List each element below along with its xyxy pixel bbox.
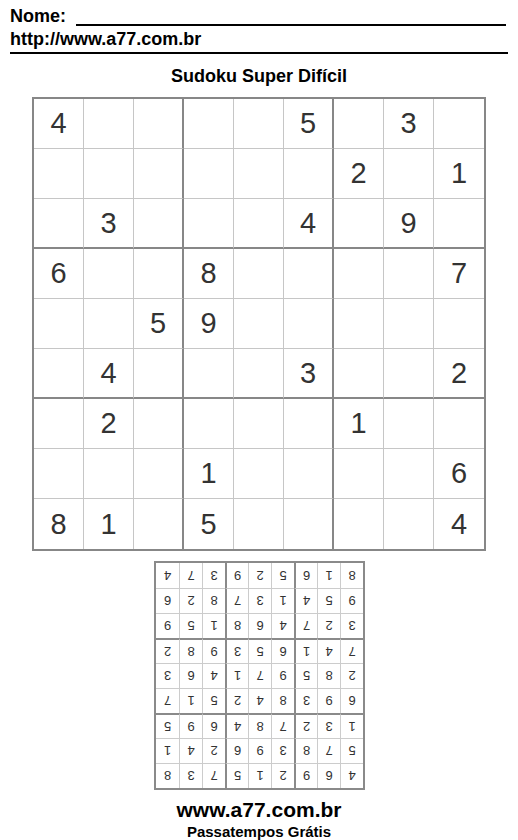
sudoku-puzzle-grid: 453213496875943221168154 bbox=[32, 97, 486, 551]
puzzle-cell-r7c2: 2 bbox=[84, 399, 134, 449]
solution-cell-r1c7: 7 bbox=[202, 763, 225, 788]
sudoku-solution-grid-upside-down: 4692157385783962411327846956938425172859… bbox=[154, 561, 365, 790]
solution-cell-r2c3: 8 bbox=[294, 738, 317, 763]
solution-cell-r6c4: 6 bbox=[271, 638, 294, 663]
solution-cell-r9c2: 1 bbox=[317, 563, 340, 588]
solution-cell-r9c3: 6 bbox=[294, 563, 317, 588]
footer-site: www.a77.com.br bbox=[10, 798, 508, 822]
solution-cell-r7c9: 9 bbox=[156, 613, 179, 638]
solution-cell-r7c2: 2 bbox=[317, 613, 340, 638]
puzzle-cell-r8c1[interactable] bbox=[34, 449, 84, 499]
solution-cell-r3c5: 8 bbox=[248, 713, 271, 738]
solution-cell-r6c6: 3 bbox=[225, 638, 248, 663]
puzzle-cell-r5c6[interactable] bbox=[284, 299, 334, 349]
puzzle-cell-r9c2: 1 bbox=[84, 499, 134, 549]
solution-cell-r5c6: 1 bbox=[225, 663, 248, 688]
puzzle-cell-r7c3[interactable] bbox=[134, 399, 184, 449]
solution-cell-r4c7: 5 bbox=[202, 688, 225, 713]
solution-cell-r6c3: 1 bbox=[294, 638, 317, 663]
solution-cell-r5c9: 3 bbox=[156, 663, 179, 688]
solution-cell-r6c5: 5 bbox=[248, 638, 271, 663]
solution-cell-r7c3: 7 bbox=[294, 613, 317, 638]
solution-cell-r8c1: 9 bbox=[340, 588, 363, 613]
puzzle-cell-r5c3: 5 bbox=[134, 299, 184, 349]
puzzle-cell-r8c7[interactable] bbox=[334, 449, 384, 499]
puzzle-cell-r6c4[interactable] bbox=[184, 349, 234, 399]
puzzle-cell-r9c6[interactable] bbox=[284, 499, 334, 549]
solution-cell-r5c1: 2 bbox=[340, 663, 363, 688]
solution-cell-r2c6: 6 bbox=[225, 738, 248, 763]
solution-cell-r6c7: 9 bbox=[202, 638, 225, 663]
solution-cell-r4c3: 3 bbox=[294, 688, 317, 713]
solution-cell-r1c9: 8 bbox=[156, 763, 179, 788]
puzzle-cell-r6c5[interactable] bbox=[234, 349, 284, 399]
puzzle-cell-r4c7[interactable] bbox=[334, 249, 384, 299]
puzzle-cell-r1c9[interactable] bbox=[434, 99, 484, 149]
puzzle-cell-r7c7: 1 bbox=[334, 399, 384, 449]
puzzle-cell-r7c8[interactable] bbox=[384, 399, 434, 449]
solution-cell-r7c7: 1 bbox=[202, 613, 225, 638]
puzzle-cell-r6c1[interactable] bbox=[34, 349, 84, 399]
puzzle-cell-r2c7: 2 bbox=[334, 149, 384, 199]
solution-cell-r9c6: 9 bbox=[225, 563, 248, 588]
solution-cell-r2c7: 2 bbox=[202, 738, 225, 763]
page-title: Sudoku Super Difícil bbox=[10, 66, 508, 87]
solution-cell-r1c3: 9 bbox=[294, 763, 317, 788]
footer: www.a77.com.br Passatempos Grátis bbox=[10, 798, 508, 840]
solution-cell-r8c8: 2 bbox=[179, 588, 202, 613]
puzzle-cell-r9c4: 5 bbox=[184, 499, 234, 549]
header-divider bbox=[10, 52, 508, 54]
solution-cell-r1c6: 5 bbox=[225, 763, 248, 788]
solution-cell-r3c8: 9 bbox=[179, 713, 202, 738]
puzzle-cell-r9c9: 4 bbox=[434, 499, 484, 549]
solution-cell-r4c1: 6 bbox=[340, 688, 363, 713]
puzzle-cell-r1c1: 4 bbox=[34, 99, 84, 149]
puzzle-cell-r2c1[interactable] bbox=[34, 149, 84, 199]
puzzle-cell-r2c9: 1 bbox=[434, 149, 484, 199]
worksheet-page: Nome: http://www.a77.com.br Sudoku Super… bbox=[0, 0, 518, 840]
puzzle-cell-r6c2: 4 bbox=[84, 349, 134, 399]
solution-cell-r7c1: 3 bbox=[340, 613, 363, 638]
solution-cell-r8c3: 4 bbox=[294, 588, 317, 613]
solution-cell-r4c5: 4 bbox=[248, 688, 271, 713]
puzzle-cell-r5c7[interactable] bbox=[334, 299, 384, 349]
puzzle-cell-r6c6: 3 bbox=[284, 349, 334, 399]
puzzle-cell-r4c4: 8 bbox=[184, 249, 234, 299]
puzzle-cell-r2c8[interactable] bbox=[384, 149, 434, 199]
puzzle-cell-r8c5[interactable] bbox=[234, 449, 284, 499]
solution-cell-r4c2: 9 bbox=[317, 688, 340, 713]
puzzle-cell-r4c5[interactable] bbox=[234, 249, 284, 299]
puzzle-cell-r4c1: 6 bbox=[34, 249, 84, 299]
puzzle-cell-r4c3[interactable] bbox=[134, 249, 184, 299]
solution-cell-r2c4: 3 bbox=[271, 738, 294, 763]
solution-cell-r6c9: 2 bbox=[156, 638, 179, 663]
puzzle-cell-r6c9: 2 bbox=[434, 349, 484, 399]
puzzle-cell-r7c6[interactable] bbox=[284, 399, 334, 449]
puzzle-cell-r8c6[interactable] bbox=[284, 449, 334, 499]
puzzle-cell-r8c9: 6 bbox=[434, 449, 484, 499]
puzzle-cell-r3c5[interactable] bbox=[234, 199, 284, 249]
solution-cell-r1c1: 4 bbox=[340, 763, 363, 788]
solution-cell-r9c7: 3 bbox=[202, 563, 225, 588]
puzzle-cell-r2c4[interactable] bbox=[184, 149, 234, 199]
puzzle-cell-r1c7[interactable] bbox=[334, 99, 384, 149]
puzzle-cell-r1c8: 3 bbox=[384, 99, 434, 149]
solution-cell-r5c7: 4 bbox=[202, 663, 225, 688]
solution-cell-r3c6: 4 bbox=[225, 713, 248, 738]
puzzle-cell-r1c5[interactable] bbox=[234, 99, 284, 149]
puzzle-cell-r7c4[interactable] bbox=[184, 399, 234, 449]
solution-cell-r8c9: 6 bbox=[156, 588, 179, 613]
solution-cell-r1c8: 3 bbox=[179, 763, 202, 788]
solution-cell-r2c9: 1 bbox=[156, 738, 179, 763]
puzzle-cell-r9c1: 8 bbox=[34, 499, 84, 549]
footer-tagline: Passatempos Grátis bbox=[10, 823, 508, 840]
solution-cell-r1c5: 1 bbox=[248, 763, 271, 788]
puzzle-cell-r3c2: 3 bbox=[84, 199, 134, 249]
solution-cell-r3c1: 1 bbox=[340, 713, 363, 738]
puzzle-cell-r7c9[interactable] bbox=[434, 399, 484, 449]
puzzle-cell-r4c9: 7 bbox=[434, 249, 484, 299]
puzzle-cell-r2c5[interactable] bbox=[234, 149, 284, 199]
puzzle-cell-r3c8: 9 bbox=[384, 199, 434, 249]
solution-cell-r7c5: 6 bbox=[248, 613, 271, 638]
puzzle-cell-r4c2[interactable] bbox=[84, 249, 134, 299]
puzzle-cell-r5c8[interactable] bbox=[384, 299, 434, 349]
name-row: Nome: bbox=[10, 6, 508, 26]
name-label: Nome: bbox=[10, 6, 66, 26]
solution-cell-r9c8: 7 bbox=[179, 563, 202, 588]
puzzle-cell-r3c7[interactable] bbox=[334, 199, 384, 249]
solution-cell-r8c6: 7 bbox=[225, 588, 248, 613]
solution-cell-r4c9: 7 bbox=[156, 688, 179, 713]
solution-cell-r8c7: 8 bbox=[202, 588, 225, 613]
puzzle-cell-r7c1[interactable] bbox=[34, 399, 84, 449]
solution-cell-r4c4: 8 bbox=[271, 688, 294, 713]
puzzle-cell-r3c9[interactable] bbox=[434, 199, 484, 249]
solution-cell-r1c2: 6 bbox=[317, 763, 340, 788]
puzzle-cell-r3c1[interactable] bbox=[34, 199, 84, 249]
puzzle-cell-r3c4[interactable] bbox=[184, 199, 234, 249]
solution-cell-r3c3: 2 bbox=[294, 713, 317, 738]
site-url: http://www.a77.com.br bbox=[10, 29, 508, 50]
solution-cell-r3c4: 7 bbox=[271, 713, 294, 738]
solution-cell-r9c1: 8 bbox=[340, 563, 363, 588]
puzzle-cell-r5c1[interactable] bbox=[34, 299, 84, 349]
puzzle-cell-r2c2[interactable] bbox=[84, 149, 134, 199]
puzzle-cell-r1c6: 5 bbox=[284, 99, 334, 149]
puzzle-cell-r5c2[interactable] bbox=[84, 299, 134, 349]
puzzle-cell-r4c8[interactable] bbox=[384, 249, 434, 299]
solution-cell-r5c4: 9 bbox=[271, 663, 294, 688]
puzzle-cell-r6c3[interactable] bbox=[134, 349, 184, 399]
puzzle-cell-r4c6[interactable] bbox=[284, 249, 334, 299]
solution-cell-r9c4: 5 bbox=[271, 563, 294, 588]
solution-cell-r7c6: 8 bbox=[225, 613, 248, 638]
puzzle-cell-r7c5[interactable] bbox=[234, 399, 284, 449]
puzzle-cell-r1c3[interactable] bbox=[134, 99, 184, 149]
solution-cell-r7c4: 4 bbox=[271, 613, 294, 638]
solution-cell-r8c5: 3 bbox=[248, 588, 271, 613]
solution-cell-r5c5: 7 bbox=[248, 663, 271, 688]
solution-cell-r8c2: 5 bbox=[317, 588, 340, 613]
puzzle-cell-r9c8[interactable] bbox=[384, 499, 434, 549]
solution-cell-r6c8: 8 bbox=[179, 638, 202, 663]
solution-cell-r5c2: 8 bbox=[317, 663, 340, 688]
solution-cell-r3c9: 5 bbox=[156, 713, 179, 738]
puzzle-cell-r8c4: 1 bbox=[184, 449, 234, 499]
puzzle-cell-r6c7[interactable] bbox=[334, 349, 384, 399]
puzzle-cell-r1c2[interactable] bbox=[84, 99, 134, 149]
puzzle-cell-r3c6: 4 bbox=[284, 199, 334, 249]
solution-cell-r5c3: 5 bbox=[294, 663, 317, 688]
puzzle-cell-r6c8[interactable] bbox=[384, 349, 434, 399]
puzzle-cell-r9c7[interactable] bbox=[334, 499, 384, 549]
solution-cell-r3c7: 6 bbox=[202, 713, 225, 738]
puzzle-cell-r2c3[interactable] bbox=[134, 149, 184, 199]
solution-cell-r2c5: 9 bbox=[248, 738, 271, 763]
puzzle-cell-r3c3[interactable] bbox=[134, 199, 184, 249]
puzzle-cell-r1c4[interactable] bbox=[184, 99, 234, 149]
puzzle-cell-r2c6[interactable] bbox=[284, 149, 334, 199]
solution-cell-r4c8: 1 bbox=[179, 688, 202, 713]
puzzle-cell-r8c8[interactable] bbox=[384, 449, 434, 499]
solution-cell-r8c4: 1 bbox=[271, 588, 294, 613]
puzzle-cell-r5c9[interactable] bbox=[434, 299, 484, 349]
solution-cell-r2c1: 5 bbox=[340, 738, 363, 763]
puzzle-cell-r8c3[interactable] bbox=[134, 449, 184, 499]
solution-cell-r5c8: 6 bbox=[179, 663, 202, 688]
name-input-line[interactable] bbox=[76, 10, 506, 26]
puzzle-cell-r8c2[interactable] bbox=[84, 449, 134, 499]
puzzle-cell-r5c5[interactable] bbox=[234, 299, 284, 349]
solution-cell-r4c6: 2 bbox=[225, 688, 248, 713]
puzzle-cell-r5c4: 9 bbox=[184, 299, 234, 349]
solution-cell-r7c8: 5 bbox=[179, 613, 202, 638]
solution-cell-r6c2: 4 bbox=[317, 638, 340, 663]
solution-cell-r6c1: 7 bbox=[340, 638, 363, 663]
puzzle-cell-r9c5[interactable] bbox=[234, 499, 284, 549]
solution-cell-r9c5: 2 bbox=[248, 563, 271, 588]
solution-cell-r2c8: 4 bbox=[179, 738, 202, 763]
solution-cell-r1c4: 2 bbox=[271, 763, 294, 788]
solution-cell-r9c9: 4 bbox=[156, 563, 179, 588]
puzzle-cell-r9c3[interactable] bbox=[134, 499, 184, 549]
solution-cell-r2c2: 7 bbox=[317, 738, 340, 763]
solution-cell-r3c2: 3 bbox=[317, 713, 340, 738]
